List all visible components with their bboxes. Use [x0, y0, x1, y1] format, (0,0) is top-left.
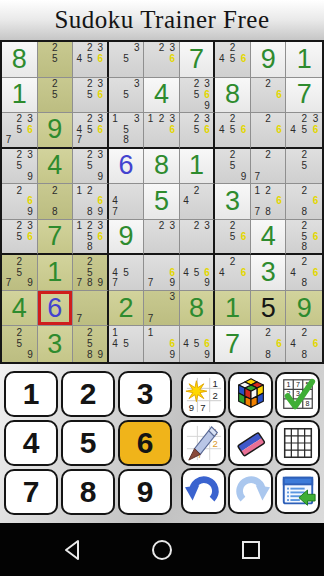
pencil-mark: 2 [299, 327, 310, 338]
pencil-mark: 1 [252, 185, 263, 196]
pencil-mark: 5 [299, 125, 310, 136]
pencil-marks: 2356 [181, 114, 213, 146]
pencil-mark: 5 [191, 89, 202, 100]
cell-value: 1 [286, 42, 322, 77]
pencil-mark: 8 [85, 350, 96, 361]
cell-r7c7[interactable]: 246 [215, 255, 251, 291]
pencil-mark: 2 [85, 256, 96, 267]
redo-button[interactable] [228, 468, 273, 514]
cell-r2c5[interactable]: 4 [144, 78, 180, 114]
pencil-mark: 5 [191, 125, 202, 136]
cell-value: 8 [215, 78, 250, 113]
cell-value: 9 [286, 291, 322, 326]
cell-r8c7[interactable]: 1 [215, 291, 251, 327]
cell-value: 4 [38, 149, 73, 184]
cell-r4c2[interactable]: 4 [38, 149, 74, 185]
pencil-marks: 2589 [74, 327, 106, 361]
cell-value: 3 [215, 184, 250, 219]
pencil-mark: 2 [85, 79, 96, 90]
pencil-mark: 2 [191, 221, 202, 232]
pencil-mark: 5 [191, 267, 202, 278]
pencil-mark: 2 [85, 150, 96, 161]
pencil-mark: 3 [167, 292, 178, 303]
cell-value: 3 [251, 255, 286, 290]
pencil-mark: 8 [85, 207, 96, 218]
pencil-mark: 2 [156, 114, 167, 125]
pencil-mark: 4 [110, 339, 121, 350]
cell-r8c6[interactable]: 8 [180, 291, 216, 327]
cell-r1c6[interactable]: 7 [180, 42, 216, 78]
cell-r3c3[interactable]: 234567 [73, 113, 109, 149]
cell-value: 3 [38, 326, 73, 362]
pencil-marks: 457 [110, 256, 143, 289]
cell-r5c9[interactable]: 268 [286, 184, 322, 220]
cell-value: 4 [144, 78, 179, 113]
cell-r3c1[interactable]: 23567 [2, 113, 38, 149]
cell-r5c7[interactable]: 3 [215, 184, 251, 220]
pencil-mark: 3 [25, 150, 36, 161]
cell-value: 7 [286, 78, 322, 113]
cell-r6c8[interactable]: 4 [251, 220, 287, 256]
pencil-mark: 6 [167, 267, 178, 278]
cell-r4c6[interactable]: 1 [180, 149, 216, 185]
pencil-marks: 24 [181, 185, 213, 218]
pencil-mark: 6 [238, 231, 249, 242]
pencil-mark: 7 [110, 207, 121, 218]
cell-r2c8[interactable]: 26 [251, 78, 287, 114]
check-solution-icon: 1 7 5 2 3 8 [279, 375, 317, 415]
pencil-mark: 1 [110, 327, 121, 338]
svg-text:9: 9 [188, 402, 193, 413]
cell-r3c5[interactable]: 1236 [144, 113, 180, 149]
pencil-marks: 246 [216, 256, 249, 289]
cell-r4c5[interactable]: 8 [144, 149, 180, 185]
back-button[interactable] [62, 539, 84, 561]
input-tray: 1 2 3 4 5 6 7 8 9 1 2 9 7 [0, 364, 324, 523]
cell-r5c3[interactable]: 12689 [73, 184, 109, 220]
pencil-mark: 6 [274, 196, 285, 207]
cell-r6c3[interactable]: 123568 [73, 220, 109, 256]
cell-r7c6[interactable]: 4569 [180, 255, 216, 291]
cell-r8c1[interactable]: 4 [2, 291, 38, 327]
cell-r6c7[interactable]: 256 [215, 220, 251, 256]
cell-value: 2 [109, 291, 144, 326]
cell-r7c3[interactable]: 25789 [73, 255, 109, 291]
cell-r9c9[interactable]: 2468 [286, 326, 322, 362]
pencil-mark: 7 [110, 278, 121, 289]
pencil-marks: 259 [216, 150, 249, 183]
cell-value: 1 [215, 291, 250, 326]
back-triangle-icon [62, 539, 84, 561]
cell-r8c4[interactable]: 2 [109, 291, 145, 327]
pencil-mark: 9 [202, 100, 213, 111]
pencil-mark: 6 [274, 89, 285, 100]
pencil-mark: 4 [181, 339, 192, 350]
recents-button[interactable] [240, 539, 262, 561]
pencil-mark: 7 [3, 135, 14, 146]
pencil-mark: 3 [131, 43, 142, 54]
pencil-mark: 4 [181, 267, 192, 278]
cell-r5c2[interactable]: 28 [38, 184, 74, 220]
pencil-marks: 25789 [74, 256, 106, 289]
app-title: Sudoku Trainer Free [0, 0, 324, 40]
svg-text:2: 2 [212, 389, 217, 400]
cell-r7c8[interactable]: 3 [251, 255, 287, 291]
cell-value: 4 [2, 291, 37, 326]
check-solution-button[interactable]: 1 7 5 2 3 8 [275, 372, 320, 418]
pencil-marks: 2456 [216, 114, 249, 146]
cell-r7c2[interactable]: 1 [38, 255, 74, 291]
cell-value: 7 [215, 326, 250, 362]
cell-r9c5[interactable]: 169 [144, 326, 180, 362]
pencil-mark: 8 [49, 207, 60, 218]
pencil-mark: 2 [263, 114, 274, 125]
pencil-marks: 28 [39, 185, 72, 218]
cell-r5c5[interactable]: 5 [144, 184, 180, 220]
pencil-marks: 37 [145, 292, 178, 325]
sun-hint-icon: 1 2 9 7 [185, 375, 223, 415]
cell-r7c4[interactable]: 457 [109, 255, 145, 291]
cell-r1c3[interactable]: 23456 [73, 42, 109, 78]
cell-value: 5 [251, 291, 286, 326]
pencil-mark: 9 [95, 207, 106, 218]
cell-r5c8[interactable]: 12678 [251, 184, 287, 220]
pencil-mark: 4 [216, 267, 227, 278]
eraser-icon [232, 423, 270, 463]
pencil-mark: 7 [74, 278, 85, 289]
cell-r4c9[interactable]: 25 [286, 149, 322, 185]
pencil-marks: 47 [110, 185, 143, 218]
pencil-marks: 23456 [287, 114, 321, 146]
pencil-mark: 2 [156, 43, 167, 54]
pencil-marks: 12678 [252, 185, 285, 218]
pencil-mark: 9 [25, 207, 36, 218]
cell-value: 6 [38, 291, 73, 326]
cell-r2c1[interactable]: 1 [2, 78, 38, 114]
pencil-marks-button[interactable]: 1 2 7 [181, 420, 226, 466]
pencil-mark: 6 [25, 196, 36, 207]
cell-value: 1 [38, 255, 73, 290]
cell-value: 9 [38, 113, 73, 147]
pencil-mark: 3 [131, 79, 142, 90]
keypad-button-2[interactable]: 2 [61, 371, 115, 417]
cell-r2c7[interactable]: 8 [215, 78, 251, 114]
pencil-mark: 2 [263, 185, 274, 196]
pencil-mark: 2 [85, 43, 96, 54]
pencil-mark: 2 [299, 185, 310, 196]
pencil-mark: 7 [74, 314, 85, 325]
svg-text:8: 8 [305, 399, 309, 407]
pencil-mark: 5 [14, 231, 25, 242]
pencil-mark: 4 [110, 196, 121, 207]
pencil-mark: 7 [252, 171, 263, 182]
app-window: Sudoku Trainer Free 82523456352367245691… [0, 0, 324, 576]
cell-value: 8 [180, 291, 214, 326]
pencil-mark: 6 [167, 125, 178, 136]
pencil-mark: 9 [95, 350, 106, 361]
pencil-mark: 3 [95, 43, 106, 54]
rubiks-cube-button[interactable] [228, 372, 273, 418]
cell-r2c4[interactable]: 35 [109, 78, 145, 114]
pencil-marks: 2468 [287, 327, 321, 361]
pencil-mark: 1 [145, 114, 156, 125]
cell-r6c5[interactable]: 23 [144, 220, 180, 256]
pencil-marks: 2359 [3, 150, 36, 183]
cell-r3c9[interactable]: 23456 [286, 113, 322, 149]
keypad-button-9[interactable]: 9 [118, 469, 172, 515]
cell-r6c2[interactable]: 7 [38, 220, 74, 256]
cell-r3c7[interactable]: 2456 [215, 113, 251, 149]
pencil-mark: 4 [287, 267, 298, 278]
pencil-mark: 4 [181, 196, 192, 207]
cell-r1c5[interactable]: 236 [144, 42, 180, 78]
hint-button[interactable]: 1 2 9 7 [181, 372, 226, 418]
cell-r1c1[interactable]: 8 [2, 42, 38, 78]
cell-value: 1 [180, 149, 214, 184]
pencil-marks: 23 [181, 221, 213, 253]
pencil-marks: 12689 [74, 185, 106, 218]
pencil-mark: 3 [202, 221, 213, 232]
pencil-marks: 4569 [181, 327, 213, 361]
cell-r6c9[interactable]: 2568 [286, 220, 322, 256]
pencil-mark: 3 [95, 221, 106, 232]
pencil-mark: 3 [202, 79, 213, 90]
pencil-mark: 5 [191, 339, 202, 350]
pencil-mark: 9 [25, 350, 36, 361]
pencil-mark: 8 [299, 242, 310, 253]
keypad-button-1[interactable]: 1 [4, 371, 58, 417]
redo-arrow-icon [232, 471, 270, 511]
cell-r3c6[interactable]: 2356 [180, 113, 216, 149]
cell-r1c2[interactable]: 25 [38, 42, 74, 78]
pencil-mark: 2 [227, 221, 238, 232]
pencil-marks: 123568 [74, 221, 106, 253]
cell-r8c9[interactable]: 9 [286, 291, 322, 327]
recents-square-icon [240, 539, 262, 561]
pencil-mark: 3 [131, 114, 142, 125]
pencil-mark: 2 [191, 79, 202, 90]
pencil-mark: 4 [110, 267, 121, 278]
pencil-mark: 5 [227, 125, 238, 136]
cell-r9c3[interactable]: 2589 [73, 326, 109, 362]
cell-r5c1[interactable]: 269 [2, 184, 38, 220]
cell-r9c6[interactable]: 4569 [180, 326, 216, 362]
cell-r5c4[interactable]: 47 [109, 184, 145, 220]
pencil-mark: 6 [202, 339, 213, 350]
pencil-mark: 6 [238, 54, 249, 65]
cell-r3c2[interactable]: 9 [38, 113, 74, 149]
pencil-mark: 8 [299, 350, 310, 361]
pencil-marks: 27 [252, 150, 285, 183]
pencil-mark: 7 [74, 135, 85, 146]
pencil-mark: 5 [121, 89, 132, 100]
pencil-mark: 2 [85, 327, 96, 338]
pencil-mark: 6 [238, 267, 249, 278]
pencil-mark: 6 [310, 231, 321, 242]
eraser-button[interactable] [228, 420, 273, 466]
pencil-mark: 2 [49, 79, 60, 90]
pencil-mark: 2 [227, 150, 238, 161]
pencil-marks: 234567 [74, 114, 106, 146]
cell-r9c8[interactable]: 268 [251, 326, 287, 362]
pencil-mark: 2 [85, 185, 96, 196]
cell-r6c1[interactable]: 2356 [2, 220, 38, 256]
pencil-mark: 3 [25, 221, 36, 232]
pencil-mark: 5 [85, 125, 96, 136]
pencil-mark: 2 [49, 185, 60, 196]
keypad-button-5[interactable]: 5 [61, 420, 115, 466]
cell-r8c2[interactable]: 6 [38, 291, 74, 327]
pencil-mark: 1 [110, 114, 121, 125]
cell-r7c5[interactable]: 679 [144, 255, 180, 291]
pencil-mark: 4 [287, 125, 298, 136]
cell-r4c1[interactable]: 2359 [2, 149, 38, 185]
pencil-mark: 2 [263, 327, 274, 338]
pencil-mark: 8 [299, 207, 310, 218]
cell-r7c9[interactable]: 2468 [286, 255, 322, 291]
empty-grid-button[interactable] [275, 420, 320, 466]
pencil-mark: 3 [95, 79, 106, 90]
cell-value: 1 [2, 78, 37, 113]
pencil-marks: 256 [216, 221, 249, 253]
pencil-mark: 9 [202, 350, 213, 361]
cell-r7c1[interactable]: 2579 [2, 255, 38, 291]
cell-r9c1[interactable]: 259 [2, 326, 38, 362]
pencil-mark: 6 [95, 54, 106, 65]
pencil-mark: 2 [49, 43, 60, 54]
cell-r5c6[interactable]: 24 [180, 184, 216, 220]
pencil-marks: 2568 [287, 221, 321, 253]
pencil-marks: 2356 [3, 221, 36, 253]
pencil-mark: 8 [85, 278, 96, 289]
pencil-mark: 4 [74, 54, 85, 65]
cell-r3c8[interactable]: 26 [251, 113, 287, 149]
pencil-marks: 2456 [216, 43, 249, 76]
pencil-mark: 2 [227, 256, 238, 267]
pencil-mark: 6 [274, 125, 285, 136]
keypad-button-6[interactable]: 6 [118, 420, 172, 466]
cell-r8c3[interactable]: 7 [73, 291, 109, 327]
cell-r9c7[interactable]: 7 [215, 326, 251, 362]
pencil-mark: 8 [263, 350, 274, 361]
pencil-mark: 6 [202, 267, 213, 278]
empty-grid-icon [279, 423, 317, 463]
pencil-mark: 5 [85, 339, 96, 350]
svg-text:2: 2 [212, 437, 217, 448]
pencil-marks: 2579 [3, 256, 36, 289]
undo-button[interactable] [181, 468, 226, 514]
cell-value: 6 [109, 149, 144, 184]
pencil-mark: 9 [202, 278, 213, 289]
keypad-button-7[interactable]: 7 [4, 469, 58, 515]
cell-r4c8[interactable]: 27 [251, 149, 287, 185]
pencil-mark: 6 [167, 54, 178, 65]
cell-r2c6[interactable]: 23569 [180, 78, 216, 114]
pencil-mark: 5 [14, 125, 25, 136]
pencil-mark: 2 [14, 221, 25, 232]
pencil-mark: 5 [85, 54, 96, 65]
pencil-mark: 3 [95, 150, 106, 161]
pencil-mark: 2 [191, 185, 202, 196]
pencil-mark: 4 [287, 339, 298, 350]
pencil-marks: 23456 [74, 43, 106, 76]
pencil-mark: 5 [121, 54, 132, 65]
cell-value: 5 [144, 184, 179, 219]
pencil-mark: 5 [49, 89, 60, 100]
pencil-mark: 6 [95, 196, 106, 207]
apply-list-button[interactable] [275, 468, 320, 514]
pencil-marks: 23569 [181, 79, 213, 112]
cell-r4c4[interactable]: 6 [109, 149, 145, 185]
cell-r6c4[interactable]: 9 [109, 220, 145, 256]
cell-r9c4[interactable]: 145 [109, 326, 145, 362]
pencil-mark: 9 [238, 171, 249, 182]
pencil-mark: 5 [14, 161, 25, 172]
pencil-mark: 5 [121, 339, 132, 350]
pencil-marks-icon: 1 2 7 [185, 423, 223, 463]
pencil-mark: 8 [85, 242, 96, 253]
svg-text:1: 1 [212, 378, 217, 389]
pencil-mark: 2 [263, 150, 274, 161]
keypad-button-4[interactable]: 4 [4, 420, 58, 466]
pencil-mark: 5 [49, 54, 60, 65]
pencil-mark: 9 [25, 171, 36, 182]
pencil-mark: 9 [95, 171, 106, 182]
pencil-mark: 1 [74, 221, 85, 232]
cell-value: 8 [144, 149, 179, 184]
cell-r2c3[interactable]: 2356 [73, 78, 109, 114]
pencil-mark: 7 [252, 207, 263, 218]
cell-r2c9[interactable]: 7 [286, 78, 322, 114]
pencil-mark: 8 [263, 207, 274, 218]
pencil-marks: 1236 [145, 114, 178, 146]
pencil-mark: 2 [14, 327, 25, 338]
cell-r4c3[interactable]: 2359 [73, 149, 109, 185]
cell-r1c8[interactable]: 9 [251, 42, 287, 78]
cell-r3c4[interactable]: 1358 [109, 113, 145, 149]
undo-arrow-icon [185, 471, 223, 511]
pencil-mark: 2 [263, 79, 274, 90]
pencil-marks: 25 [287, 150, 321, 183]
list-apply-icon [279, 471, 317, 511]
cell-r1c9[interactable]: 1 [286, 42, 322, 78]
pencil-mark: 8 [299, 278, 310, 289]
cell-r2c2[interactable]: 25 [38, 78, 74, 114]
pencil-marks: 26 [252, 79, 285, 112]
cell-r6c6[interactable]: 23 [180, 220, 216, 256]
pencil-mark: 6 [167, 339, 178, 350]
pencil-marks: 35 [110, 79, 143, 112]
rubiks-cube-icon [232, 375, 270, 415]
cell-r1c7[interactable]: 2456 [215, 42, 251, 78]
pencil-marks: 26 [252, 114, 285, 146]
cell-r8c8[interactable]: 5 [251, 291, 287, 327]
cell-r4c7[interactable]: 259 [215, 149, 251, 185]
pencil-mark: 6 [95, 231, 106, 242]
keypad-button-8[interactable]: 8 [61, 469, 115, 515]
cell-r8c5[interactable]: 37 [144, 291, 180, 327]
pencil-mark: 5 [85, 161, 96, 172]
pencil-mark: 2 [156, 221, 167, 232]
cell-r1c4[interactable]: 35 [109, 42, 145, 78]
home-button[interactable] [151, 539, 173, 561]
pencil-mark: 7 [3, 278, 14, 289]
pencil-marks: 169 [145, 327, 178, 361]
cell-r9c2[interactable]: 3 [38, 326, 74, 362]
pencil-marks: 268 [287, 185, 321, 218]
keypad-button-3[interactable]: 3 [118, 371, 172, 417]
pencil-mark: 3 [167, 43, 178, 54]
